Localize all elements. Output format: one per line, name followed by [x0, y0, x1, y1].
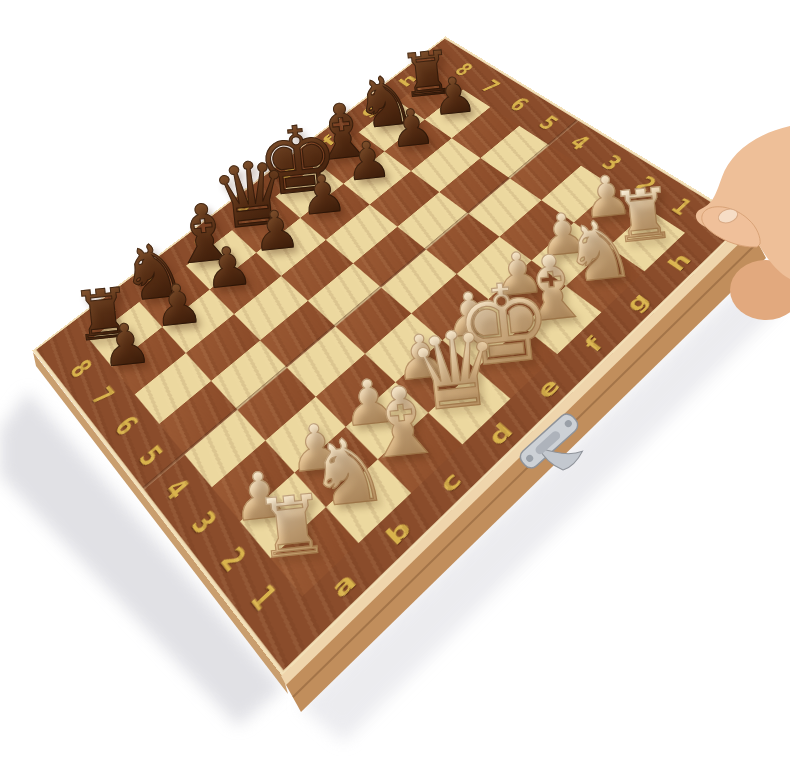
piece-black-pawn-c7[interactable]: ♟ — [201, 238, 255, 297]
piece-black-pawn-f7[interactable]: ♟ — [343, 134, 394, 189]
piece-white-rook-a1[interactable]: ♜ — [251, 482, 332, 571]
piece-black-pawn-a7[interactable]: ♟ — [98, 315, 154, 376]
piece-black-pawn-g7[interactable]: ♟ — [387, 101, 437, 155]
piece-black-pawn-d7[interactable]: ♟ — [250, 202, 303, 259]
pieces-layer: ♜♟♞♟♝♟♚♟♟♛♜♟♟♝♞♟♟♞♝♟♟♜♟♚♟♛♟♝♟♞♟♜ — [0, 0, 790, 762]
chess-set-photo: abcdefghabcdefgh8765432187654321 ♜♟♞♟♝♟♚… — [0, 0, 790, 762]
piece-black-pawn-e7[interactable]: ♟ — [297, 167, 349, 223]
piece-black-pawn-h7[interactable]: ♟ — [429, 70, 478, 123]
piece-black-pawn-b7[interactable]: ♟ — [151, 276, 206, 336]
